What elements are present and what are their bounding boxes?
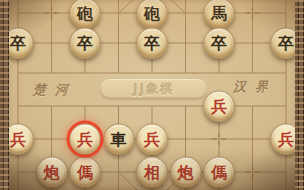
piece-black-soldier[interactable]: 卒 bbox=[70, 28, 101, 59]
left-border-trim bbox=[0, 0, 9, 190]
xiangqi-board[interactable]: 楚河 汉界 JJ象棋 砲砲馬卒卒卒卒卒兵兵兵車兵兵炮傌相炮傌 bbox=[0, 0, 304, 190]
piece-red-cannon[interactable]: 炮 bbox=[36, 157, 67, 188]
piece-red-soldier[interactable]: 兵 bbox=[204, 91, 235, 122]
piece-black-soldier[interactable]: 卒 bbox=[204, 28, 235, 59]
watermark-label: JJ象棋 bbox=[133, 81, 174, 98]
piece-black-chariot[interactable]: 車 bbox=[103, 124, 134, 155]
piece-red-horse[interactable]: 傌 bbox=[70, 157, 101, 188]
piece-red-soldier[interactable]: 兵 bbox=[70, 124, 101, 155]
piece-red-horse[interactable]: 傌 bbox=[204, 157, 235, 188]
piece-red-soldier[interactable]: 兵 bbox=[137, 124, 168, 155]
river-label-chu-he: 楚河 bbox=[33, 81, 77, 99]
piece-black-soldier[interactable]: 卒 bbox=[137, 28, 168, 59]
watermark-pill: JJ象棋 bbox=[100, 79, 207, 99]
piece-red-cannon[interactable]: 炮 bbox=[170, 157, 201, 188]
river-label-han-jie: 汉界 bbox=[233, 78, 277, 96]
piece-red-elephant[interactable]: 相 bbox=[137, 157, 168, 188]
right-border-trim bbox=[295, 0, 304, 190]
